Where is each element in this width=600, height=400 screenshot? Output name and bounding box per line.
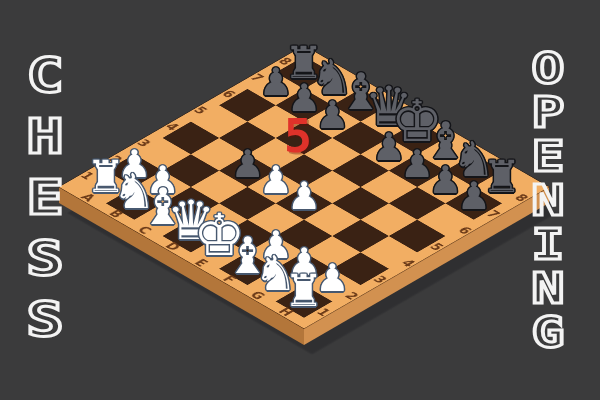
scene: 1122334455667788ABCDEFGH ♜♞♝♛♚♝♞♜♟♟♟♟♟♟♟… xyxy=(0,0,600,400)
title-letter-s: S xyxy=(10,295,80,343)
piece-black-pawn-c7[interactable]: ♟ xyxy=(313,96,351,134)
title-letter-n: N xyxy=(513,268,583,310)
title-letter-c: C xyxy=(10,51,80,99)
piece-white-rook-h1[interactable]: ♜ xyxy=(282,269,326,313)
title-letter-p: P xyxy=(513,92,583,134)
title-letter-h: H xyxy=(10,112,80,160)
title-letter-e: E xyxy=(513,136,583,178)
title-letter-e: E xyxy=(10,173,80,221)
title-letter-o: O xyxy=(513,48,583,90)
title-letter-n: N xyxy=(513,180,583,222)
title-letter-s: S xyxy=(10,234,80,282)
piece-black-pawn-h7[interactable]: ♟ xyxy=(455,177,493,215)
opening-number-marker: 5 xyxy=(279,114,317,158)
title-letter-g: G xyxy=(513,312,583,354)
title-letter-i: I xyxy=(513,224,583,266)
piece-white-pawn-e4[interactable]: ♟ xyxy=(285,177,323,215)
